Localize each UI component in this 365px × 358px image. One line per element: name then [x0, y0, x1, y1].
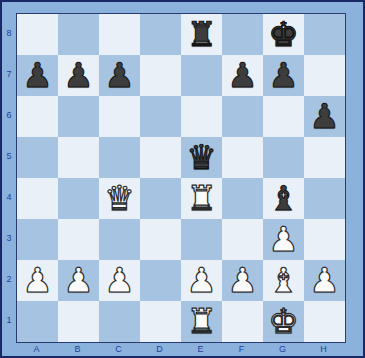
square-h4[interactable]	[304, 178, 345, 219]
square-g4[interactable]: ♝	[263, 178, 304, 219]
square-d2[interactable]	[140, 260, 181, 301]
square-b6[interactable]	[58, 96, 99, 137]
square-c4[interactable]: ♛	[99, 178, 140, 219]
piece-black-rook[interactable]: ♜	[186, 14, 216, 55]
square-e1[interactable]: ♜	[181, 301, 222, 342]
square-a3[interactable]	[17, 219, 58, 260]
square-g2[interactable]: ♝	[263, 260, 304, 301]
square-a6[interactable]	[17, 96, 58, 137]
square-e4[interactable]: ♜	[181, 178, 222, 219]
piece-white-queen[interactable]: ♛	[104, 178, 134, 219]
file-label-b: B	[57, 342, 98, 358]
square-g3[interactable]: ♟	[263, 219, 304, 260]
piece-black-pawn[interactable]: ♟	[22, 55, 52, 96]
file-label-e: E	[180, 342, 221, 358]
square-a8[interactable]	[17, 14, 58, 55]
square-d8[interactable]	[140, 14, 181, 55]
piece-white-rook[interactable]: ♜	[186, 178, 216, 219]
square-b5[interactable]	[58, 137, 99, 178]
square-a4[interactable]	[17, 178, 58, 219]
piece-black-king[interactable]: ♚	[268, 14, 298, 55]
file-label-g: G	[262, 342, 303, 358]
rank-label-2: 2	[2, 259, 16, 300]
piece-black-bishop[interactable]: ♝	[268, 178, 298, 219]
file-label-c: C	[98, 342, 139, 358]
square-e5[interactable]: ♛	[181, 137, 222, 178]
square-f1[interactable]	[222, 301, 263, 342]
square-f7[interactable]: ♟	[222, 55, 263, 96]
file-labels: ABCDEFGH	[16, 342, 344, 358]
square-h3[interactable]	[304, 219, 345, 260]
square-e8[interactable]: ♜	[181, 14, 222, 55]
square-g1[interactable]: ♚	[263, 301, 304, 342]
square-h5[interactable]	[304, 137, 345, 178]
square-f4[interactable]	[222, 178, 263, 219]
square-d5[interactable]	[140, 137, 181, 178]
piece-black-pawn[interactable]: ♟	[227, 55, 257, 96]
square-c7[interactable]: ♟	[99, 55, 140, 96]
file-label-h: H	[303, 342, 344, 358]
piece-black-pawn[interactable]: ♟	[309, 96, 339, 137]
rank-label-8: 8	[2, 13, 16, 54]
square-c2[interactable]: ♟	[99, 260, 140, 301]
square-e7[interactable]	[181, 55, 222, 96]
piece-black-pawn[interactable]: ♟	[104, 55, 134, 96]
piece-white-pawn[interactable]: ♟	[63, 260, 93, 301]
square-a7[interactable]: ♟	[17, 55, 58, 96]
square-d3[interactable]	[140, 219, 181, 260]
square-f2[interactable]: ♟	[222, 260, 263, 301]
square-b8[interactable]	[58, 14, 99, 55]
file-label-f: F	[221, 342, 262, 358]
square-h8[interactable]	[304, 14, 345, 55]
square-e3[interactable]	[181, 219, 222, 260]
piece-white-bishop[interactable]: ♝	[268, 260, 298, 301]
rank-label-6: 6	[2, 95, 16, 136]
square-b4[interactable]	[58, 178, 99, 219]
piece-white-pawn[interactable]: ♟	[22, 260, 52, 301]
square-g6[interactable]	[263, 96, 304, 137]
square-c8[interactable]	[99, 14, 140, 55]
square-c6[interactable]	[99, 96, 140, 137]
square-h6[interactable]: ♟	[304, 96, 345, 137]
square-c1[interactable]	[99, 301, 140, 342]
piece-white-pawn[interactable]: ♟	[186, 260, 216, 301]
file-label-a: A	[16, 342, 57, 358]
square-g5[interactable]	[263, 137, 304, 178]
file-label-d: D	[139, 342, 180, 358]
square-f3[interactable]	[222, 219, 263, 260]
rank-labels: 87654321	[2, 13, 16, 341]
piece-black-pawn[interactable]: ♟	[63, 55, 93, 96]
square-b1[interactable]	[58, 301, 99, 342]
piece-black-queen[interactable]: ♛	[186, 137, 216, 178]
chess-board[interactable]: ♜♚♟♟♟♟♟♟♛♛♜♝♟♟♟♟♟♟♝♟♜♚	[16, 13, 346, 343]
piece-black-pawn[interactable]: ♟	[268, 55, 298, 96]
square-b3[interactable]	[58, 219, 99, 260]
square-c5[interactable]	[99, 137, 140, 178]
square-d6[interactable]	[140, 96, 181, 137]
square-d4[interactable]	[140, 178, 181, 219]
square-a1[interactable]	[17, 301, 58, 342]
square-h2[interactable]: ♟	[304, 260, 345, 301]
square-a2[interactable]: ♟	[17, 260, 58, 301]
square-e6[interactable]	[181, 96, 222, 137]
rank-label-7: 7	[2, 54, 16, 95]
square-b2[interactable]: ♟	[58, 260, 99, 301]
rank-label-5: 5	[2, 136, 16, 177]
square-g7[interactable]: ♟	[263, 55, 304, 96]
square-d7[interactable]	[140, 55, 181, 96]
square-c3[interactable]	[99, 219, 140, 260]
piece-white-pawn[interactable]: ♟	[227, 260, 257, 301]
square-h1[interactable]	[304, 301, 345, 342]
square-f6[interactable]	[222, 96, 263, 137]
square-f5[interactable]	[222, 137, 263, 178]
piece-white-pawn[interactable]: ♟	[309, 260, 339, 301]
square-a5[interactable]	[17, 137, 58, 178]
piece-white-pawn[interactable]: ♟	[268, 219, 298, 260]
square-h7[interactable]	[304, 55, 345, 96]
piece-white-rook[interactable]: ♜	[186, 301, 216, 342]
square-b7[interactable]: ♟	[58, 55, 99, 96]
piece-white-king[interactable]: ♚	[268, 301, 298, 342]
rank-label-4: 4	[2, 177, 16, 218]
square-g8[interactable]: ♚	[263, 14, 304, 55]
rank-label-1: 1	[2, 300, 16, 341]
rank-label-3: 3	[2, 218, 16, 259]
square-d1[interactable]	[140, 301, 181, 342]
chess-diagram: 87654321 ♜♚♟♟♟♟♟♟♛♛♜♝♟♟♟♟♟♟♝♟♜♚ ABCDEFGH	[0, 0, 365, 358]
square-f8[interactable]	[222, 14, 263, 55]
piece-white-pawn[interactable]: ♟	[104, 260, 134, 301]
square-e2[interactable]: ♟	[181, 260, 222, 301]
